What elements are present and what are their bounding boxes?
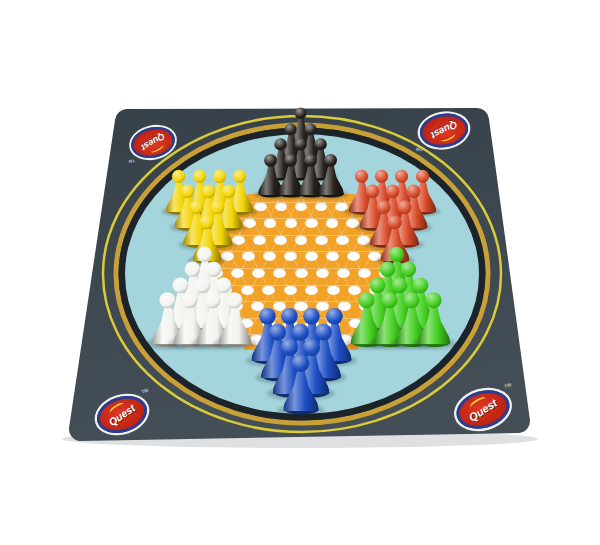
peg-head <box>216 277 232 293</box>
peg-head <box>226 293 242 309</box>
peg-green[interactable] <box>418 293 450 345</box>
peg-head <box>204 293 220 309</box>
peg-head <box>172 169 185 182</box>
peg-head <box>264 154 277 167</box>
peg-head <box>284 154 297 167</box>
peg-head <box>386 185 400 199</box>
peg-head <box>199 216 213 230</box>
peg-head <box>416 169 429 182</box>
pegs-layer <box>0 0 600 545</box>
trademark-mark: TM <box>416 146 423 152</box>
peg-head <box>326 308 343 325</box>
peg-head <box>295 108 307 120</box>
peg-head <box>201 185 215 199</box>
peg-head <box>388 216 402 230</box>
peg-head <box>303 308 320 325</box>
peg-head <box>304 123 316 135</box>
peg-head <box>359 293 375 309</box>
peg-head <box>425 293 441 309</box>
peg-head <box>389 246 404 261</box>
peg-head <box>304 154 317 167</box>
peg-head <box>184 262 199 277</box>
peg-body <box>219 307 251 345</box>
peg-head <box>182 293 198 309</box>
peg-head <box>369 277 385 293</box>
peg-head <box>395 169 408 182</box>
product-photo-scene: Quest TM Quest TM Quest TM Quest TM <box>0 0 600 545</box>
peg-head <box>292 354 310 372</box>
peg-head <box>190 200 204 214</box>
peg-head <box>375 169 388 182</box>
peg-head <box>379 262 394 277</box>
peg-head <box>407 185 421 199</box>
peg-head <box>213 169 226 182</box>
peg-head <box>285 123 297 135</box>
peg-body <box>418 307 450 345</box>
peg-head <box>181 185 195 199</box>
peg-black[interactable] <box>318 154 344 195</box>
peg-head <box>222 185 236 199</box>
peg-head <box>197 246 212 261</box>
peg-head <box>397 200 411 214</box>
peg-head <box>355 169 368 182</box>
peg-head <box>403 293 419 309</box>
peg-head <box>193 169 206 182</box>
peg-head <box>275 139 287 151</box>
peg-body <box>318 165 344 195</box>
peg-head <box>324 154 337 167</box>
peg-head <box>211 200 225 214</box>
peg-head <box>377 200 391 214</box>
peg-head <box>413 277 429 293</box>
peg-head <box>172 277 188 293</box>
peg-head <box>381 293 397 309</box>
peg-head <box>314 139 326 151</box>
peg-blue[interactable] <box>283 354 318 411</box>
peg-body <box>283 370 318 411</box>
peg-head <box>366 185 380 199</box>
peg-head <box>294 139 306 151</box>
peg-white[interactable] <box>219 293 251 345</box>
peg-head <box>206 262 221 277</box>
peg-head <box>233 169 246 182</box>
peg-head <box>401 262 416 277</box>
